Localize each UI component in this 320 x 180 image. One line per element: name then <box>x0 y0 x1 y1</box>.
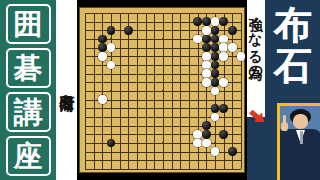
stone-black <box>107 139 115 147</box>
stone-white <box>219 35 227 43</box>
stone-black <box>124 26 132 34</box>
stone-black <box>219 130 227 138</box>
stone-white <box>219 78 227 86</box>
stone-white <box>228 43 236 51</box>
stone-white <box>193 139 201 147</box>
grid-line-v <box>172 13 173 169</box>
right-title: 布石 <box>265 7 320 84</box>
right-title-panel: 強くなる為の 布石 <box>247 0 320 180</box>
stone-black <box>202 43 210 51</box>
stone-white <box>193 35 201 43</box>
stone-white <box>211 147 219 155</box>
left-subtitle-strip: 有段者向け <box>56 0 77 180</box>
stone-white <box>211 113 219 121</box>
stone-black <box>211 26 219 34</box>
stone-white <box>202 78 210 86</box>
stone-black <box>202 121 210 129</box>
stone-black <box>211 104 219 112</box>
stone-black <box>202 17 210 25</box>
board-section <box>77 0 247 180</box>
stone-white <box>202 52 210 60</box>
stone-white <box>211 17 219 25</box>
stone-white <box>107 43 115 51</box>
stone-black <box>211 52 219 60</box>
stone-white <box>193 130 201 138</box>
right-title-char: 石 <box>274 48 312 84</box>
grid-line-v <box>189 13 190 169</box>
title-char-box: 碁 <box>6 48 51 88</box>
presenter-hand <box>281 122 288 131</box>
stone-black <box>219 104 227 112</box>
stone-black <box>211 43 219 51</box>
stone-white <box>237 52 245 60</box>
stone-white <box>202 26 210 34</box>
stone-black <box>211 35 219 43</box>
stone-black <box>211 78 219 86</box>
presenter-face <box>293 114 308 129</box>
stone-black <box>228 147 236 155</box>
title-char-box: 講 <box>6 92 51 132</box>
stone-white <box>219 52 227 60</box>
stone-black <box>98 35 106 43</box>
stone-white <box>219 43 227 51</box>
grid-line-h <box>85 169 241 170</box>
presenter-photo <box>277 103 320 180</box>
grid-line-v <box>232 13 233 169</box>
presenter-tie <box>300 131 304 144</box>
left-subtitle: 有段者向け <box>57 82 76 104</box>
grid-line-h <box>85 134 241 135</box>
grid-line-v <box>180 13 181 169</box>
stone-black <box>211 69 219 77</box>
title-char-box: 座 <box>6 136 51 176</box>
stone-white <box>98 52 106 60</box>
stone-black <box>107 26 115 34</box>
stone-white <box>107 61 115 69</box>
video-thumbnail[interactable]: 囲碁講座 有段者向け 強くなる為の 布石 <box>0 0 320 180</box>
title-char-box: 囲 <box>6 4 51 44</box>
stone-black <box>202 35 210 43</box>
stone-black <box>211 61 219 69</box>
grid-line-h <box>85 100 241 101</box>
right-subtitle-strip: 強くなる為の <box>247 0 265 117</box>
stone-black <box>219 17 227 25</box>
stone-white <box>202 139 210 147</box>
stone-black <box>193 17 201 25</box>
stone-white <box>98 95 106 103</box>
stone-black <box>98 43 106 51</box>
right-title-char: 布 <box>274 7 312 43</box>
stone-white <box>211 87 219 95</box>
grid-line-h <box>85 126 241 127</box>
go-board <box>79 7 245 173</box>
stone-white <box>202 61 210 69</box>
stone-black <box>228 26 236 34</box>
stone-white <box>202 69 210 77</box>
right-subtitle: 強くなる為の <box>247 6 265 73</box>
left-title-panel: 囲碁講座 <box>0 0 56 180</box>
stone-black <box>202 130 210 138</box>
grid-line-h <box>85 160 241 161</box>
grid-line-v <box>241 13 242 169</box>
